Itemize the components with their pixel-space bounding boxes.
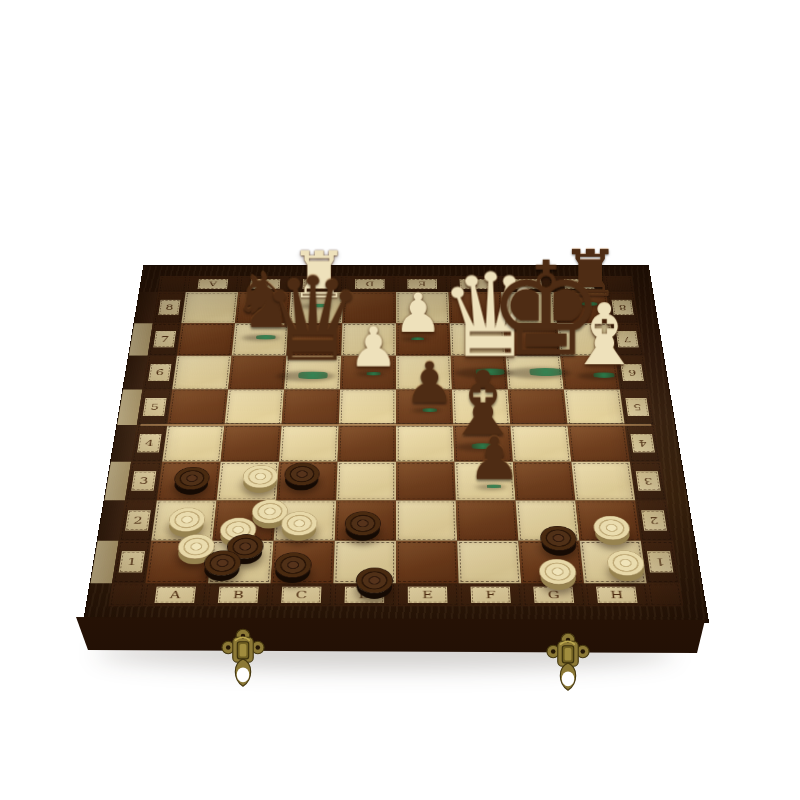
rank-label-right: 4 [630, 434, 654, 452]
board-square [338, 425, 396, 462]
file-label-top: B [250, 279, 280, 289]
board-square [282, 390, 340, 425]
chess-piece-white-pawn: ♟ [393, 286, 442, 340]
file-label: A [154, 587, 195, 603]
file-label: E [408, 587, 448, 603]
board-square [181, 292, 238, 323]
file-label-top: E [407, 279, 437, 289]
board-square [568, 425, 630, 462]
board-square [162, 425, 224, 462]
file-label: H [596, 587, 637, 603]
border-ring-cell: 3 [125, 462, 162, 501]
rank-label-left: 6 [148, 364, 171, 381]
rank-label-left: 7 [153, 331, 176, 347]
border-ring-cell: 3 [630, 462, 667, 501]
border-ring-cell: A [142, 583, 208, 606]
rank-label-right: 2 [641, 510, 667, 530]
border-ring-cell: 1 [112, 541, 151, 583]
rank-label-left: 8 [158, 300, 180, 316]
file-label: G [533, 587, 574, 603]
border-ring-cell: 8 [153, 292, 186, 323]
rank-label-right: 1 [647, 551, 673, 572]
file-label: F [471, 587, 511, 603]
border-ring-cell: E [396, 583, 459, 606]
rank-label-right: 3 [636, 471, 661, 490]
file-label-top: A [198, 279, 229, 289]
border-ring-corner [647, 583, 684, 606]
board-square [396, 462, 456, 501]
board-square [456, 500, 519, 540]
product-photo-scene: AABBCCDDEEFFGGHH8877665544332211♜♜♟♞♝♚♛♟… [0, 0, 800, 800]
border-ring-cell: H [584, 583, 650, 606]
chess-piece-black-pawn: ♟ [467, 429, 520, 488]
file-label: B [218, 587, 259, 603]
file-label-top: H [564, 279, 595, 289]
board-square [224, 390, 284, 425]
file-label-top: F [460, 279, 490, 289]
border-ring-corner [158, 276, 188, 292]
file-label-top: G [512, 279, 542, 289]
board-square [564, 390, 625, 425]
rank-label-right: 5 [625, 398, 649, 416]
file-label: C [281, 587, 321, 603]
checker-dark [344, 512, 380, 536]
rank-label-left: 3 [131, 471, 156, 490]
border-ring-cell: C [269, 583, 333, 606]
border-ring-corner [108, 583, 145, 606]
rank-label-left: 4 [137, 434, 161, 452]
board-square [177, 323, 235, 355]
border-ring-cell: 5 [620, 390, 655, 425]
border-ring-cell: 7 [148, 323, 182, 355]
board-square [571, 462, 635, 501]
rank-label-right: 7 [616, 331, 639, 347]
game-board: AABBCCDDEEFFGGHH8877665544332211♜♜♟♞♝♚♛♟… [84, 266, 708, 622]
frame-cell [91, 541, 119, 583]
file-label-top: C [303, 279, 333, 289]
board-square [396, 500, 457, 540]
board-surface: AABBCCDDEEFFGGHH8877665544332211♜♜♟♞♝♚♛♟… [84, 266, 708, 622]
board-square [167, 390, 228, 425]
board-square [513, 462, 575, 501]
border-ring-cell: 1 [641, 541, 680, 583]
border-ring-cell: 6 [142, 356, 176, 390]
board-square [221, 425, 282, 462]
rank-label-left: 5 [143, 398, 167, 416]
board-square [336, 462, 396, 501]
border-ring-cell: F [459, 583, 523, 606]
rank-label-left: 1 [119, 551, 145, 572]
border-ring-cell: G [521, 583, 586, 606]
brass-latch-icon [220, 627, 266, 697]
rank-label-right: 8 [612, 300, 634, 316]
board-square [396, 541, 459, 583]
board-square [172, 356, 231, 390]
file-label: D [345, 587, 385, 603]
file-label-top: D [355, 279, 385, 289]
hinge-seam [140, 423, 652, 426]
border-ring-cell: B [206, 583, 271, 606]
rank-label-right: 6 [621, 364, 644, 381]
border-ring-cell: 2 [635, 500, 673, 540]
rank-label-left: 2 [125, 510, 151, 530]
board-square [457, 541, 521, 583]
border-ring-cell: 4 [625, 425, 661, 462]
board-square [339, 390, 396, 425]
board-square [279, 425, 339, 462]
brass-latch-icon [545, 631, 591, 701]
